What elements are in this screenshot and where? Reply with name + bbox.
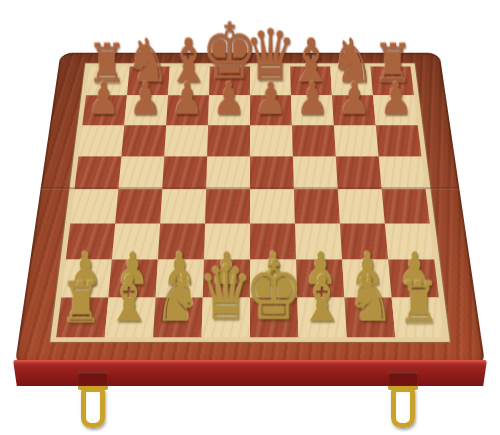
piece-copper-pawn: ♟ bbox=[254, 76, 287, 121]
square-a5 bbox=[74, 156, 121, 189]
square-c1: ♞ bbox=[153, 297, 203, 337]
square-h4 bbox=[382, 189, 430, 223]
piece-brass-king: ♚ bbox=[244, 250, 304, 331]
square-g7: ♟ bbox=[332, 95, 376, 125]
square-h6 bbox=[376, 125, 422, 156]
square-a4 bbox=[70, 189, 118, 223]
square-d1: ♛ bbox=[202, 297, 250, 337]
square-h7: ♟ bbox=[373, 95, 418, 125]
square-d6 bbox=[207, 125, 250, 156]
board-fold-hinge bbox=[40, 187, 459, 189]
square-e1: ♚ bbox=[250, 297, 298, 337]
square-f5 bbox=[293, 156, 338, 189]
left-latch-bail-icon bbox=[81, 388, 105, 428]
square-a7: ♟ bbox=[82, 95, 127, 125]
piece-copper-pawn: ♟ bbox=[87, 76, 120, 121]
square-b6 bbox=[121, 125, 166, 156]
right-latch-bail-icon bbox=[391, 388, 415, 428]
square-g6 bbox=[334, 125, 379, 156]
board-frame: ♜♞♝♚♛♝♞♜♟♟♟♟♟♟♟♟♟♟♟♟♟♟♟♟♜♝♞♛♚♝♞♜ bbox=[14, 53, 485, 368]
square-e5 bbox=[250, 156, 294, 189]
piece-brass-rook: ♜ bbox=[60, 274, 102, 331]
board-inner-border: ♜♞♝♚♛♝♞♜♟♟♟♟♟♟♟♟♟♟♟♟♟♟♟♟♜♝♞♛♚♝♞♜ bbox=[49, 63, 451, 343]
square-c4 bbox=[160, 189, 206, 223]
square-b5 bbox=[118, 156, 164, 189]
square-b1: ♝ bbox=[105, 297, 156, 337]
square-c7: ♟ bbox=[166, 95, 209, 125]
right-latch bbox=[384, 372, 422, 430]
piece-copper-pawn: ♟ bbox=[380, 76, 413, 121]
square-c6 bbox=[164, 125, 208, 156]
square-h1: ♜ bbox=[392, 297, 444, 337]
square-d4 bbox=[205, 189, 250, 223]
piece-brass-knight: ♞ bbox=[154, 267, 201, 331]
square-e4 bbox=[250, 189, 295, 223]
piece-brass-bishop: ♝ bbox=[106, 267, 153, 331]
square-g5 bbox=[336, 156, 382, 189]
piece-copper-pawn: ♟ bbox=[338, 76, 371, 121]
square-b7: ♟ bbox=[124, 95, 168, 125]
square-f6 bbox=[292, 125, 336, 156]
square-h5 bbox=[379, 156, 426, 189]
square-f1: ♝ bbox=[297, 297, 347, 337]
piece-copper-pawn: ♟ bbox=[171, 76, 204, 121]
square-c5 bbox=[162, 156, 207, 189]
square-a6 bbox=[79, 125, 125, 156]
chess-board: ♜♞♝♚♛♝♞♜♟♟♟♟♟♟♟♟♟♟♟♟♟♟♟♟♜♝♞♛♚♝♞♜ bbox=[14, 53, 485, 368]
square-e6 bbox=[250, 125, 293, 156]
piece-brass-knight: ♞ bbox=[347, 267, 394, 331]
square-e7: ♟ bbox=[250, 95, 292, 125]
square-f4 bbox=[294, 189, 340, 223]
square-f7: ♟ bbox=[291, 95, 334, 125]
square-d5 bbox=[206, 156, 250, 189]
piece-brass-rook: ♜ bbox=[398, 274, 440, 331]
left-latch bbox=[74, 372, 112, 430]
chess-set-photo: ♜♞♝♚♛♝♞♜♟♟♟♟♟♟♟♟♟♟♟♟♟♟♟♟♜♝♞♛♚♝♞♜ bbox=[0, 0, 500, 435]
square-b4 bbox=[115, 189, 162, 223]
piece-copper-pawn: ♟ bbox=[129, 76, 162, 121]
square-g1: ♞ bbox=[344, 297, 395, 337]
square-d7: ♟ bbox=[208, 95, 250, 125]
piece-brass-bishop: ♝ bbox=[299, 267, 346, 331]
piece-copper-pawn: ♟ bbox=[296, 76, 329, 121]
square-a1: ♜ bbox=[56, 297, 108, 337]
board-squares: ♜♞♝♚♛♝♞♜♟♟♟♟♟♟♟♟♟♟♟♟♟♟♟♟♜♝♞♛♚♝♞♜ bbox=[56, 67, 443, 338]
square-g4 bbox=[338, 189, 385, 223]
piece-copper-pawn: ♟ bbox=[213, 76, 246, 121]
